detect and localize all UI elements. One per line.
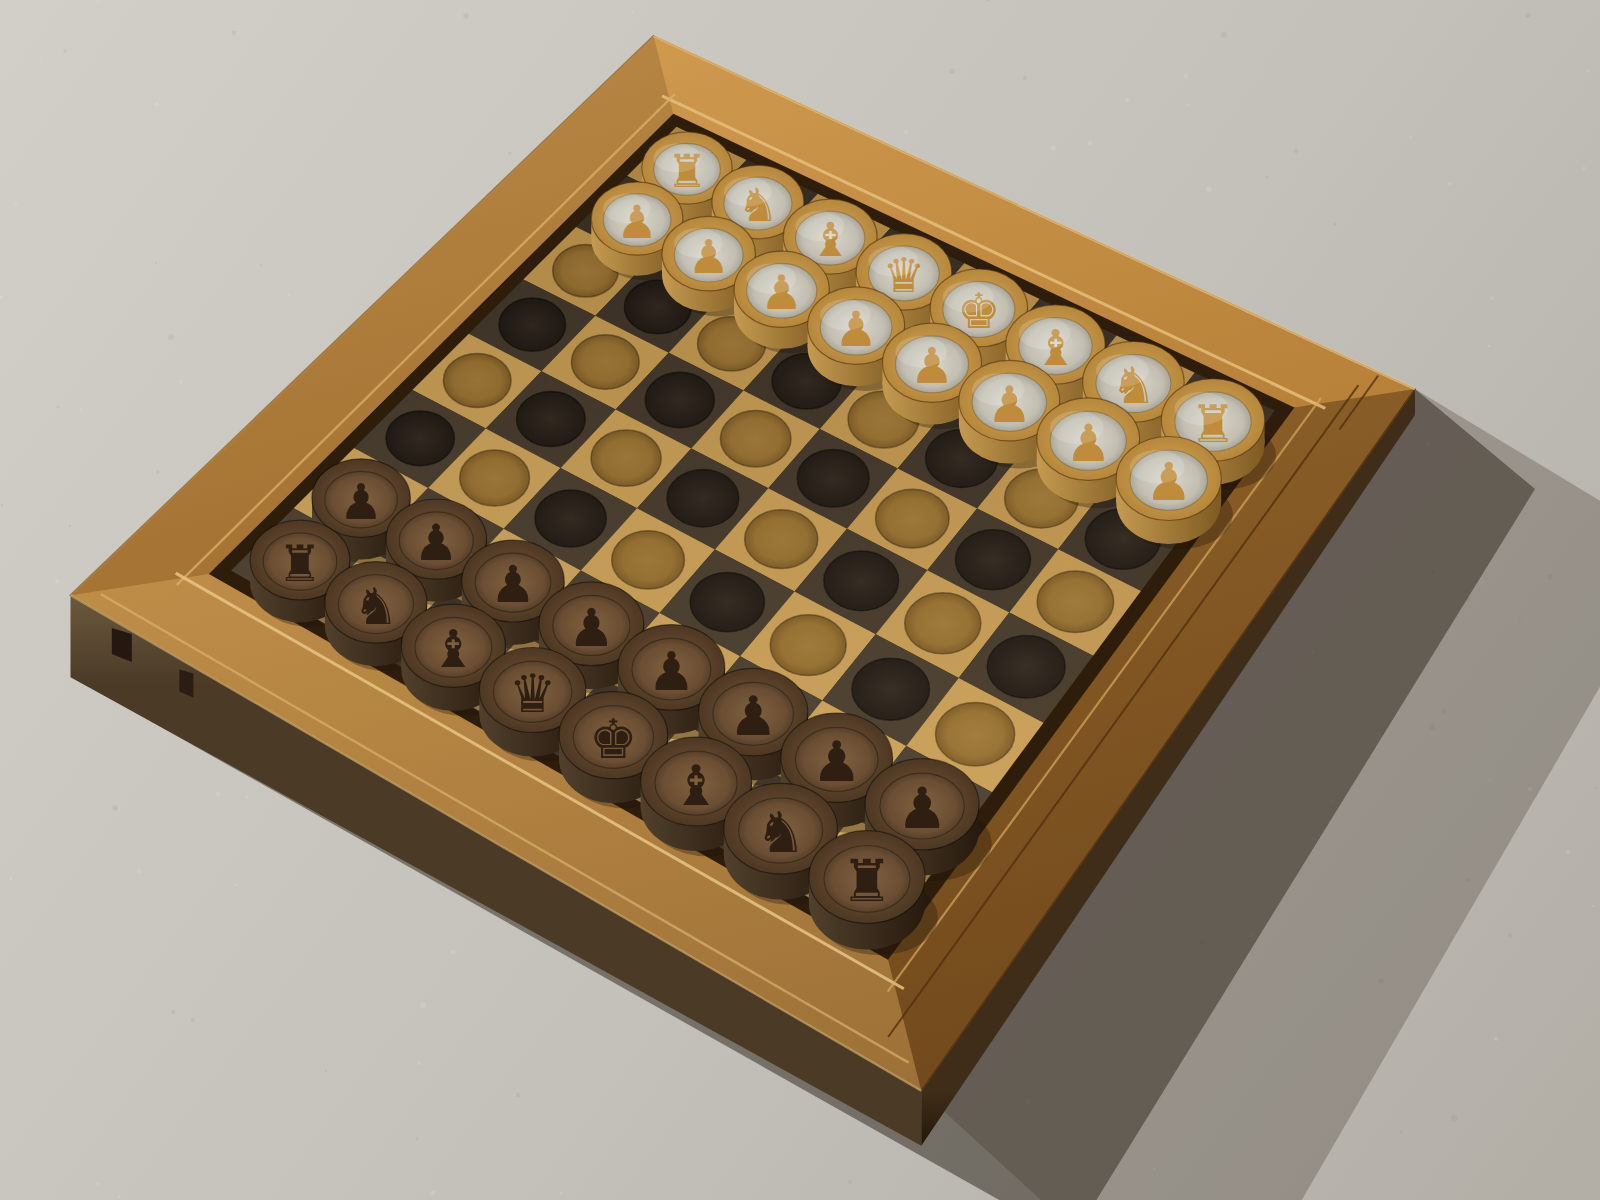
square-recess-b4 bbox=[571, 335, 639, 389]
square-recess-e5 bbox=[745, 510, 818, 569]
scene: ♜♞♝♛♚♝♞♜♟♟♟♟♟♟♟♟♟♟♟♟♟♟♟♟♜♞♝♛♚♝♞♜ bbox=[0, 0, 1600, 1200]
queen-glyph: ♛ bbox=[509, 663, 557, 725]
square-recess-g5 bbox=[905, 593, 981, 654]
disc-glare bbox=[895, 336, 946, 368]
disc-glare bbox=[796, 211, 845, 241]
pawn-glyph: ♟ bbox=[647, 640, 695, 703]
disc-glare bbox=[868, 246, 918, 277]
square-recess-f4 bbox=[876, 489, 950, 548]
disc-glare bbox=[1130, 450, 1185, 484]
square-recess-d5 bbox=[667, 470, 739, 527]
disc-glare bbox=[1175, 392, 1229, 425]
rook-glyph: ♜ bbox=[841, 847, 893, 915]
square-recess-a4 bbox=[499, 298, 566, 351]
square-recess-h5 bbox=[987, 636, 1065, 698]
king-glyph: ♚ bbox=[589, 708, 638, 771]
square-recess-d4 bbox=[720, 411, 791, 467]
disc-glare bbox=[1096, 354, 1149, 386]
square-recess-c5 bbox=[591, 430, 661, 486]
pawn-glyph: ♟ bbox=[729, 684, 778, 748]
knight-glyph: ♞ bbox=[353, 577, 399, 636]
bishop-glyph: ♝ bbox=[671, 753, 721, 818]
square-recess-a5 bbox=[443, 354, 511, 408]
square-recess-b6 bbox=[460, 450, 530, 506]
pawn-glyph: ♟ bbox=[414, 513, 459, 572]
bishop-glyph: ♝ bbox=[430, 619, 477, 679]
square-recess-e6 bbox=[690, 572, 764, 631]
square-recess-a6 bbox=[386, 411, 454, 466]
pawn-glyph: ♟ bbox=[339, 473, 383, 531]
pawn-glyph: ♟ bbox=[812, 729, 862, 794]
disc-glare bbox=[724, 177, 772, 206]
disc-glare bbox=[747, 263, 796, 293]
square-recess-h6 bbox=[936, 703, 1015, 766]
square-recess-d6 bbox=[612, 531, 685, 589]
rook-glyph: ♜ bbox=[278, 535, 323, 593]
disc-glare bbox=[654, 143, 701, 172]
square-recess-c4 bbox=[645, 372, 714, 427]
square-recess-e4 bbox=[797, 449, 869, 507]
square-recess-g6 bbox=[852, 658, 930, 720]
square-recess-f5 bbox=[824, 551, 899, 611]
square-recess-h4 bbox=[1037, 571, 1114, 632]
square-recess-c6 bbox=[535, 490, 606, 547]
disc-glare bbox=[603, 194, 651, 223]
disc-glare bbox=[1019, 318, 1071, 350]
square-recess-g4 bbox=[956, 530, 1031, 590]
knight-glyph: ♞ bbox=[755, 799, 806, 865]
disc-glare bbox=[972, 373, 1024, 405]
pawn-glyph: ♟ bbox=[490, 554, 536, 614]
pawn-glyph: ♟ bbox=[897, 775, 948, 841]
square-recess-b5 bbox=[517, 392, 586, 447]
pawn-glyph: ♟ bbox=[568, 597, 615, 658]
photo-stage: Antique folding wooden travel chess boar… bbox=[0, 0, 1600, 1200]
disc-glare bbox=[943, 281, 994, 312]
disc-glare bbox=[820, 299, 870, 330]
square-recess-f6 bbox=[770, 615, 846, 676]
disc-glare bbox=[674, 228, 723, 258]
disc-glare bbox=[1050, 411, 1104, 444]
